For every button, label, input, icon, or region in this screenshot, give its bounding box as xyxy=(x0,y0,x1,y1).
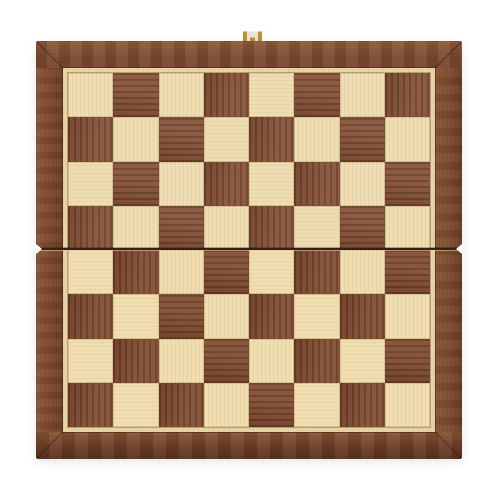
fold-hinge-seam xyxy=(36,247,462,252)
square-c3[interactable] xyxy=(159,294,204,338)
square-a7[interactable] xyxy=(68,117,113,161)
frame-miter-bottom-left xyxy=(36,432,63,459)
square-g4[interactable] xyxy=(340,250,385,294)
square-g1[interactable] xyxy=(340,383,385,427)
square-b8[interactable] xyxy=(113,73,158,117)
square-c1[interactable] xyxy=(159,383,204,427)
square-c2[interactable] xyxy=(159,339,204,383)
square-h7[interactable] xyxy=(385,117,430,161)
square-e5[interactable] xyxy=(249,206,294,250)
square-c5[interactable] xyxy=(159,206,204,250)
square-g7[interactable] xyxy=(340,117,385,161)
square-g6[interactable] xyxy=(340,162,385,206)
square-f4[interactable] xyxy=(294,250,339,294)
square-e7[interactable] xyxy=(249,117,294,161)
square-c4[interactable] xyxy=(159,250,204,294)
square-a5[interactable] xyxy=(68,206,113,250)
square-b4[interactable] xyxy=(113,250,158,294)
square-h2[interactable] xyxy=(385,339,430,383)
square-f6[interactable] xyxy=(294,162,339,206)
square-b1[interactable] xyxy=(113,383,158,427)
square-a3[interactable] xyxy=(68,294,113,338)
square-f3[interactable] xyxy=(294,294,339,338)
square-e3[interactable] xyxy=(249,294,294,338)
square-d3[interactable] xyxy=(204,294,249,338)
square-b2[interactable] xyxy=(113,339,158,383)
square-c6[interactable] xyxy=(159,162,204,206)
square-f1[interactable] xyxy=(294,383,339,427)
square-e2[interactable] xyxy=(249,339,294,383)
square-a1[interactable] xyxy=(68,383,113,427)
square-h3[interactable] xyxy=(385,294,430,338)
square-h4[interactable] xyxy=(385,250,430,294)
square-e6[interactable] xyxy=(249,162,294,206)
square-d6[interactable] xyxy=(204,162,249,206)
frame-rail-bottom xyxy=(36,432,462,459)
square-b3[interactable] xyxy=(113,294,158,338)
square-a2[interactable] xyxy=(68,339,113,383)
product-photo-background xyxy=(0,0,500,500)
square-a8[interactable] xyxy=(68,73,113,117)
chess-board-box xyxy=(36,41,462,459)
square-b7[interactable] xyxy=(113,117,158,161)
frame-miter-top-right xyxy=(435,41,462,68)
square-e1[interactable] xyxy=(249,383,294,427)
frame-miter-top-left xyxy=(36,41,63,68)
square-h8[interactable] xyxy=(385,73,430,117)
frame-miter-bottom-right xyxy=(435,432,462,459)
frame-rail-top xyxy=(36,41,462,68)
square-g3[interactable] xyxy=(340,294,385,338)
square-h1[interactable] xyxy=(385,383,430,427)
square-b5[interactable] xyxy=(113,206,158,250)
square-a4[interactable] xyxy=(68,250,113,294)
square-d5[interactable] xyxy=(204,206,249,250)
square-d1[interactable] xyxy=(204,383,249,427)
square-c7[interactable] xyxy=(159,117,204,161)
square-h6[interactable] xyxy=(385,162,430,206)
square-f8[interactable] xyxy=(294,73,339,117)
square-g2[interactable] xyxy=(340,339,385,383)
square-d7[interactable] xyxy=(204,117,249,161)
square-e8[interactable] xyxy=(249,73,294,117)
square-a6[interactable] xyxy=(68,162,113,206)
square-h5[interactable] xyxy=(385,206,430,250)
square-e4[interactable] xyxy=(249,250,294,294)
square-c8[interactable] xyxy=(159,73,204,117)
square-d8[interactable] xyxy=(204,73,249,117)
square-g8[interactable] xyxy=(340,73,385,117)
square-b6[interactable] xyxy=(113,162,158,206)
square-g5[interactable] xyxy=(340,206,385,250)
square-d2[interactable] xyxy=(204,339,249,383)
square-f5[interactable] xyxy=(294,206,339,250)
square-f7[interactable] xyxy=(294,117,339,161)
square-d4[interactable] xyxy=(204,250,249,294)
square-f2[interactable] xyxy=(294,339,339,383)
